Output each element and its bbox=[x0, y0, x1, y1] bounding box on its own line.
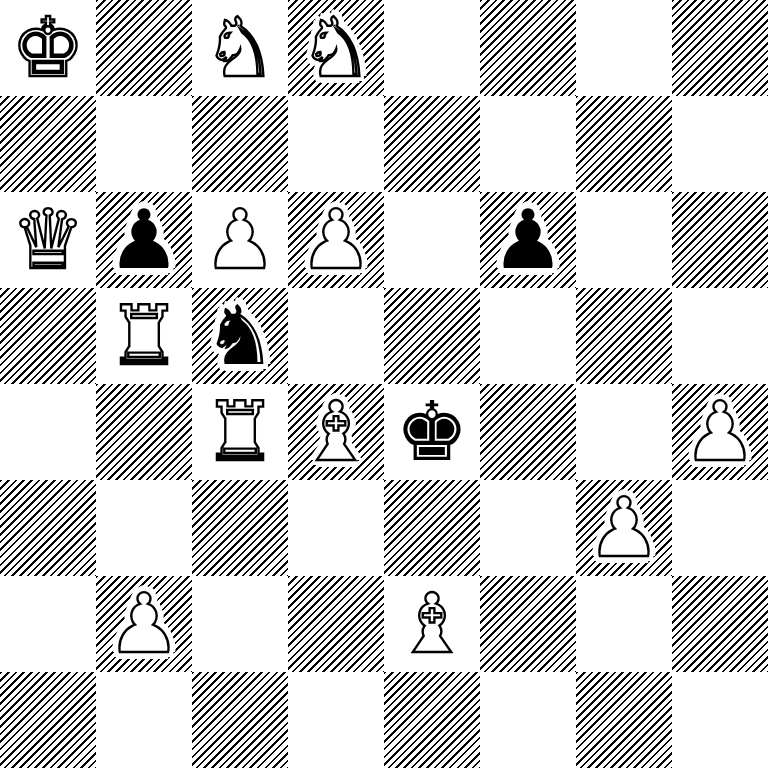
square-a4[interactable] bbox=[0, 384, 96, 480]
square-b3[interactable] bbox=[96, 480, 192, 576]
white-rook-b5[interactable]: ♜ bbox=[107, 288, 181, 384]
square-e6[interactable] bbox=[384, 192, 480, 288]
square-e8[interactable] bbox=[384, 0, 480, 96]
square-a8[interactable]: ♚ bbox=[0, 0, 96, 96]
square-c6[interactable]: ♟ bbox=[192, 192, 288, 288]
square-h5[interactable] bbox=[672, 288, 768, 384]
square-h2[interactable] bbox=[672, 576, 768, 672]
square-h6[interactable] bbox=[672, 192, 768, 288]
black-pawn-f6[interactable]: ♟ bbox=[491, 192, 565, 288]
square-e5[interactable] bbox=[384, 288, 480, 384]
square-g8[interactable] bbox=[576, 0, 672, 96]
chess-board: ♚♞♞♛♟♟♟♟♜♞♜♝♚♟♟♟♝ bbox=[0, 0, 768, 768]
square-f7[interactable] bbox=[480, 96, 576, 192]
square-d4[interactable]: ♝ bbox=[288, 384, 384, 480]
square-d6[interactable]: ♟ bbox=[288, 192, 384, 288]
white-rook-c4[interactable]: ♜ bbox=[203, 384, 277, 480]
square-f8[interactable] bbox=[480, 0, 576, 96]
square-g7[interactable] bbox=[576, 96, 672, 192]
white-pawn-b2[interactable]: ♟ bbox=[107, 576, 181, 672]
square-f5[interactable] bbox=[480, 288, 576, 384]
square-b7[interactable] bbox=[96, 96, 192, 192]
square-h4[interactable]: ♟ bbox=[672, 384, 768, 480]
square-h1[interactable] bbox=[672, 672, 768, 768]
square-e1[interactable] bbox=[384, 672, 480, 768]
white-pawn-g3[interactable]: ♟ bbox=[587, 480, 661, 576]
square-c5[interactable]: ♞ bbox=[192, 288, 288, 384]
black-king-e4[interactable]: ♚ bbox=[395, 384, 469, 480]
square-h3[interactable] bbox=[672, 480, 768, 576]
square-g4[interactable] bbox=[576, 384, 672, 480]
square-b5[interactable]: ♜ bbox=[96, 288, 192, 384]
black-pawn-b6[interactable]: ♟ bbox=[107, 192, 181, 288]
square-d7[interactable] bbox=[288, 96, 384, 192]
square-c8[interactable]: ♞ bbox=[192, 0, 288, 96]
square-c1[interactable] bbox=[192, 672, 288, 768]
square-a7[interactable] bbox=[0, 96, 96, 192]
square-b2[interactable]: ♟ bbox=[96, 576, 192, 672]
white-bishop-d4[interactable]: ♝ bbox=[299, 384, 373, 480]
white-queen-a6[interactable]: ♛ bbox=[11, 192, 85, 288]
square-c7[interactable] bbox=[192, 96, 288, 192]
square-d5[interactable] bbox=[288, 288, 384, 384]
square-e2[interactable]: ♝ bbox=[384, 576, 480, 672]
black-knight-c5[interactable]: ♞ bbox=[203, 288, 277, 384]
square-b8[interactable] bbox=[96, 0, 192, 96]
white-pawn-h4[interactable]: ♟ bbox=[683, 384, 757, 480]
white-pawn-c6[interactable]: ♟ bbox=[203, 192, 277, 288]
square-a5[interactable] bbox=[0, 288, 96, 384]
white-knight-d8[interactable]: ♞ bbox=[299, 0, 373, 96]
square-b4[interactable] bbox=[96, 384, 192, 480]
square-c3[interactable] bbox=[192, 480, 288, 576]
white-knight-c8[interactable]: ♞ bbox=[203, 0, 277, 96]
square-d1[interactable] bbox=[288, 672, 384, 768]
square-a6[interactable]: ♛ bbox=[0, 192, 96, 288]
square-h8[interactable] bbox=[672, 0, 768, 96]
square-h7[interactable] bbox=[672, 96, 768, 192]
square-g6[interactable] bbox=[576, 192, 672, 288]
square-e7[interactable] bbox=[384, 96, 480, 192]
square-e3[interactable] bbox=[384, 480, 480, 576]
square-f4[interactable] bbox=[480, 384, 576, 480]
square-g5[interactable] bbox=[576, 288, 672, 384]
square-f2[interactable] bbox=[480, 576, 576, 672]
square-g1[interactable] bbox=[576, 672, 672, 768]
square-f6[interactable]: ♟ bbox=[480, 192, 576, 288]
square-g2[interactable] bbox=[576, 576, 672, 672]
square-g3[interactable]: ♟ bbox=[576, 480, 672, 576]
square-d2[interactable] bbox=[288, 576, 384, 672]
square-a2[interactable] bbox=[0, 576, 96, 672]
square-e4[interactable]: ♚ bbox=[384, 384, 480, 480]
square-b6[interactable]: ♟ bbox=[96, 192, 192, 288]
square-d3[interactable] bbox=[288, 480, 384, 576]
square-c2[interactable] bbox=[192, 576, 288, 672]
white-pawn-d6[interactable]: ♟ bbox=[299, 192, 373, 288]
square-f1[interactable] bbox=[480, 672, 576, 768]
white-king-a8[interactable]: ♚ bbox=[11, 0, 85, 96]
white-bishop-e2[interactable]: ♝ bbox=[395, 576, 469, 672]
square-d8[interactable]: ♞ bbox=[288, 0, 384, 96]
square-f3[interactable] bbox=[480, 480, 576, 576]
square-a3[interactable] bbox=[0, 480, 96, 576]
square-a1[interactable] bbox=[0, 672, 96, 768]
square-b1[interactable] bbox=[96, 672, 192, 768]
square-c4[interactable]: ♜ bbox=[192, 384, 288, 480]
